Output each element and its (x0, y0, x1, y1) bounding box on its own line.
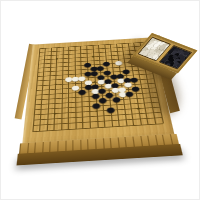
photo-canvas: ●●●●●●●●●●●●●●●●●●●●●●●●●●●●●●●●●●●●●●●●… (0, 0, 200, 200)
white-tray-stone: ● (150, 59, 160, 62)
black-stone: ● (92, 103, 100, 109)
black-stone: ● (78, 90, 85, 95)
black-stone: ● (107, 107, 115, 113)
white-stone: ● (115, 61, 122, 66)
black-stone: ● (112, 97, 120, 102)
black-stone: ● (125, 91, 133, 96)
